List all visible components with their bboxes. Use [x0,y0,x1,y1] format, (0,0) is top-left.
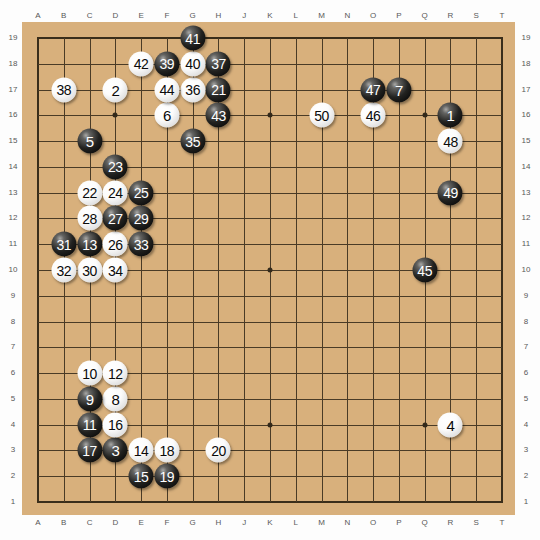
stone-white-40-G18: 40 [180,51,205,76]
stone-white-18-F3: 18 [154,438,179,463]
col-label-top-O: O [370,12,376,20]
stone-white-10-C6: 10 [77,361,102,386]
hoshi-point-K4 [268,422,273,427]
col-label-bottom-M: M [318,519,325,527]
stone-white-28-C12: 28 [77,206,102,231]
row-label-right-13: 13 [522,189,531,197]
row-label-right-16: 16 [522,111,531,119]
stone-black-27-D12: 27 [103,206,128,231]
stone-black-1-R16: 1 [438,103,463,128]
hoshi-point-K16 [268,113,273,118]
col-label-bottom-T: T [500,519,505,527]
col-label-bottom-O: O [370,519,376,527]
col-label-top-P: P [396,12,401,20]
row-label-left-17: 17 [9,86,18,94]
row-label-right-10: 10 [522,266,531,274]
col-label-bottom-G: G [190,519,196,527]
col-label-top-B: B [61,12,66,20]
row-label-right-7: 7 [524,343,528,351]
col-label-bottom-L: L [294,519,298,527]
stone-black-35-G15: 35 [180,129,205,154]
stone-white-42-E18: 42 [129,51,154,76]
row-label-left-7: 7 [11,343,15,351]
stone-white-36-G17: 36 [180,77,205,102]
stone-white-32-B10: 32 [51,258,76,283]
row-label-left-8: 8 [11,318,15,326]
stone-black-31-B11: 31 [51,232,76,257]
stone-white-8-D5: 8 [103,386,128,411]
row-label-left-18: 18 [9,60,18,68]
row-label-right-2: 2 [524,472,528,480]
stone-black-43-H16: 43 [206,103,231,128]
row-label-left-3: 3 [11,446,15,454]
col-label-bottom-E: E [138,519,143,527]
stone-white-12-D6: 12 [103,361,128,386]
col-label-bottom-B: B [61,519,66,527]
col-label-top-Q: Q [422,12,428,20]
row-label-right-12: 12 [522,214,531,222]
col-label-top-E: E [138,12,143,20]
stone-white-48-R15: 48 [438,129,463,154]
col-label-bottom-F: F [164,519,169,527]
row-label-right-9: 9 [524,292,528,300]
stone-black-37-H18: 37 [206,51,231,76]
hoshi-point-Q16 [422,113,427,118]
row-label-left-16: 16 [9,111,18,119]
stone-black-19-F2: 19 [154,464,179,489]
col-label-top-K: K [267,12,272,20]
grid-line-vertical [399,38,400,502]
row-label-right-15: 15 [522,137,531,145]
grid-line-horizontal [38,476,502,477]
col-label-top-F: F [164,12,169,20]
stone-white-6-F16: 6 [154,103,179,128]
grid-line-horizontal [38,347,502,348]
row-label-right-14: 14 [522,163,531,171]
grid-line-vertical [476,38,477,502]
stone-white-20-H3: 20 [206,438,231,463]
col-label-bottom-Q: Q [422,519,428,527]
row-label-left-15: 15 [9,137,18,145]
row-label-left-11: 11 [9,240,17,248]
col-label-bottom-H: H [216,519,222,527]
col-label-top-C: C [87,12,93,20]
stone-black-45-Q10: 45 [412,258,437,283]
row-label-left-13: 13 [9,189,18,197]
col-label-bottom-C: C [87,519,93,527]
stone-white-16-D4: 16 [103,412,128,437]
row-label-left-19: 19 [9,34,18,42]
col-label-top-R: R [448,12,454,20]
row-label-left-5: 5 [11,395,15,403]
row-label-left-4: 4 [11,421,15,429]
hoshi-point-D16 [113,113,118,118]
col-label-bottom-A: A [35,519,40,527]
stone-white-14-E3: 14 [129,438,154,463]
row-label-left-6: 6 [11,369,15,377]
stone-white-26-D11: 26 [103,232,128,257]
stone-white-24-D13: 24 [103,180,128,205]
stone-white-22-C13: 22 [77,180,102,205]
stone-white-2-D17: 2 [103,77,128,102]
row-label-right-5: 5 [524,395,528,403]
row-label-right-8: 8 [524,318,528,326]
stone-black-5-C15: 5 [77,129,102,154]
go-board-diagram: AABBCCDDEEFFGGHHJJKKLLMMNNOOPPQQRRSSTT19… [0,0,540,540]
stone-black-29-E12: 29 [129,206,154,231]
col-label-top-S: S [474,12,479,20]
row-label-left-9: 9 [11,292,15,300]
stone-black-9-C5: 9 [77,386,102,411]
row-label-right-1: 1 [524,498,528,506]
row-label-left-10: 10 [9,266,18,274]
stone-black-11-C4: 11 [77,412,102,437]
stone-white-34-D10: 34 [103,258,128,283]
stone-black-21-H17: 21 [206,77,231,102]
row-label-right-17: 17 [522,86,531,94]
stone-black-7-P17: 7 [386,77,411,102]
col-label-top-D: D [112,12,118,20]
col-label-bottom-N: N [344,519,350,527]
grid-line-horizontal [38,322,502,323]
col-label-top-T: T [500,12,505,20]
stone-white-38-B17: 38 [51,77,76,102]
grid-line-vertical [347,38,348,502]
stone-white-50-M16: 50 [309,103,334,128]
row-label-right-19: 19 [522,34,531,42]
row-label-right-4: 4 [524,421,528,429]
stone-black-15-E2: 15 [129,464,154,489]
grid-line-vertical [296,38,297,502]
stone-black-23-D14: 23 [103,154,128,179]
grid-line-horizontal [38,296,502,297]
stone-white-46-O16: 46 [361,103,386,128]
col-label-top-G: G [190,12,196,20]
col-label-top-A: A [35,12,40,20]
col-label-bottom-P: P [396,519,401,527]
row-label-right-6: 6 [524,369,528,377]
row-label-left-2: 2 [11,472,15,480]
stone-black-39-F18: 39 [154,51,179,76]
col-label-top-M: M [318,12,325,20]
row-label-right-11: 11 [522,240,530,248]
row-label-left-14: 14 [9,163,18,171]
row-label-right-3: 3 [524,446,528,454]
stone-white-44-F17: 44 [154,77,179,102]
col-label-top-J: J [242,12,246,20]
stone-white-4-R4: 4 [438,412,463,437]
stone-black-3-D3: 3 [103,438,128,463]
col-label-bottom-J: J [242,519,246,527]
stone-black-17-C3: 17 [77,438,102,463]
hoshi-point-K10 [268,268,273,273]
stone-black-41-G19: 41 [180,26,205,51]
col-label-top-N: N [344,12,350,20]
stone-black-47-O17: 47 [361,77,386,102]
row-label-left-12: 12 [9,214,18,222]
stone-black-49-R13: 49 [438,180,463,205]
col-label-bottom-D: D [112,519,118,527]
row-label-left-1: 1 [11,498,15,506]
stone-white-30-C10: 30 [77,258,102,283]
hoshi-point-Q4 [422,422,427,427]
col-label-bottom-R: R [448,519,454,527]
row-label-right-18: 18 [522,60,531,68]
stone-black-25-E13: 25 [129,180,154,205]
col-label-bottom-S: S [474,519,479,527]
col-label-top-L: L [294,12,298,20]
stone-black-33-E11: 33 [129,232,154,257]
stone-black-13-C11: 13 [77,232,102,257]
col-label-top-H: H [216,12,222,20]
col-label-bottom-K: K [267,519,272,527]
